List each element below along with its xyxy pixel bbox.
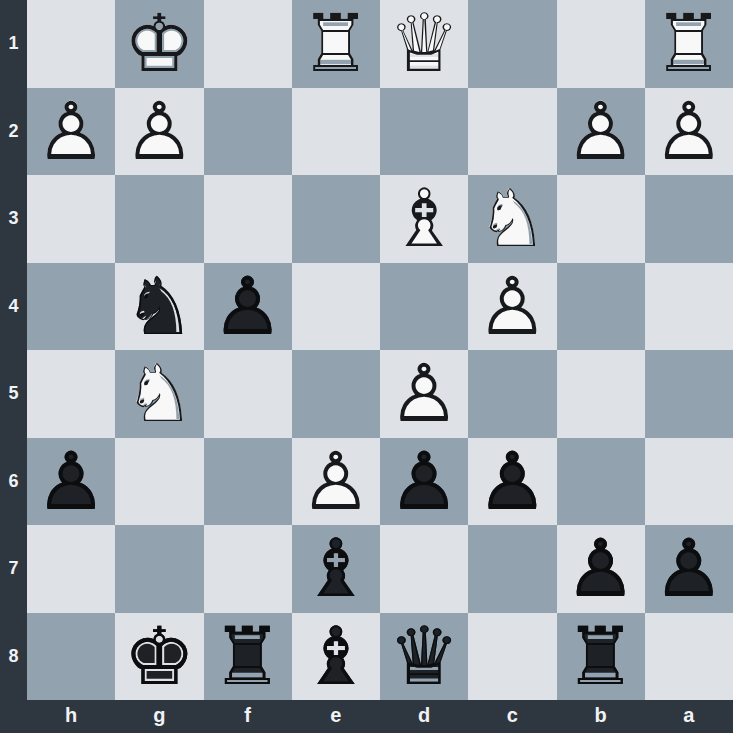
square-c1[interactable] — [468, 0, 556, 88]
black-bishop[interactable]: ♝♗ — [300, 613, 372, 700]
black-bishop-outline-glyph: ♗ — [300, 525, 372, 612]
file-label-a: a — [645, 700, 733, 733]
rank-label-7: 7 — [0, 525, 27, 613]
square-a4[interactable] — [645, 263, 733, 351]
white-king[interactable]: ♚♔ — [124, 0, 196, 87]
square-d6[interactable]: ♟♙ — [380, 438, 468, 526]
black-rook[interactable]: ♜♖ — [565, 613, 637, 700]
white-pawn-outline-glyph: ♙ — [565, 88, 637, 175]
file-label-g: g — [115, 700, 203, 733]
square-h2[interactable]: ♟♙ — [27, 88, 115, 176]
square-f2[interactable] — [204, 88, 292, 176]
black-rook-outline-glyph: ♖ — [565, 613, 637, 700]
black-pawn[interactable]: ♟♙ — [35, 438, 107, 525]
square-g8[interactable]: ♚♔ — [115, 613, 203, 701]
black-king-outline-glyph: ♔ — [124, 613, 196, 700]
white-pawn-outline-glyph: ♙ — [300, 438, 372, 525]
square-g6[interactable] — [115, 438, 203, 526]
rank-labels: 12345678 — [0, 0, 27, 700]
white-pawn-outline-glyph: ♙ — [35, 88, 107, 175]
square-e1[interactable]: ♜♖ — [292, 0, 380, 88]
white-rook[interactable]: ♜♖ — [653, 0, 725, 87]
square-g7[interactable] — [115, 525, 203, 613]
black-pawn[interactable]: ♟♙ — [565, 525, 637, 612]
white-knight[interactable]: ♞♘ — [477, 175, 549, 262]
square-a7[interactable]: ♟♙ — [645, 525, 733, 613]
white-pawn[interactable]: ♟♙ — [653, 88, 725, 175]
black-knight-outline-glyph: ♘ — [124, 263, 196, 350]
square-d8[interactable]: ♛♕ — [380, 613, 468, 701]
square-c7[interactable] — [468, 525, 556, 613]
white-pawn-outline-glyph: ♙ — [388, 350, 460, 437]
square-h7[interactable] — [27, 525, 115, 613]
black-bishop-outline-glyph: ♗ — [300, 613, 372, 700]
square-f1[interactable] — [204, 0, 292, 88]
square-b3[interactable] — [557, 175, 645, 263]
square-f4[interactable]: ♟♙ — [204, 263, 292, 351]
square-b5[interactable] — [557, 350, 645, 438]
square-b8[interactable]: ♜♖ — [557, 613, 645, 701]
square-h5[interactable] — [27, 350, 115, 438]
black-pawn[interactable]: ♟♙ — [477, 438, 549, 525]
rank-label-3: 3 — [0, 175, 27, 263]
white-queen[interactable]: ♛♕ — [388, 0, 460, 87]
square-a5[interactable] — [645, 350, 733, 438]
square-a3[interactable] — [645, 175, 733, 263]
square-e5[interactable] — [292, 350, 380, 438]
square-g4[interactable]: ♞♘ — [115, 263, 203, 351]
square-d4[interactable] — [380, 263, 468, 351]
white-knight-outline-glyph: ♘ — [124, 350, 196, 437]
black-pawn-outline-glyph: ♙ — [388, 438, 460, 525]
black-queen-outline-glyph: ♕ — [388, 613, 460, 700]
file-label-b: b — [557, 700, 645, 733]
black-pawn-outline-glyph: ♙ — [212, 263, 284, 350]
white-bishop-outline-glyph: ♗ — [388, 175, 460, 262]
square-c5[interactable] — [468, 350, 556, 438]
square-a1[interactable]: ♜♖ — [645, 0, 733, 88]
file-label-h: h — [27, 700, 115, 733]
square-a2[interactable]: ♟♙ — [645, 88, 733, 176]
file-labels: hgfedcba — [27, 700, 733, 733]
white-pawn-outline-glyph: ♙ — [477, 263, 549, 350]
square-b4[interactable] — [557, 263, 645, 351]
square-e2[interactable] — [292, 88, 380, 176]
square-d7[interactable] — [380, 525, 468, 613]
file-label-d: d — [380, 700, 468, 733]
square-g5[interactable]: ♞♘ — [115, 350, 203, 438]
white-king-outline-glyph: ♔ — [124, 0, 196, 87]
square-c6[interactable]: ♟♙ — [468, 438, 556, 526]
white-pawn[interactable]: ♟♙ — [477, 263, 549, 350]
square-g1[interactable]: ♚♔ — [115, 0, 203, 88]
black-pawn[interactable]: ♟♙ — [653, 525, 725, 612]
black-pawn[interactable]: ♟♙ — [212, 263, 284, 350]
square-e8[interactable]: ♝♗ — [292, 613, 380, 701]
black-queen[interactable]: ♛♕ — [388, 613, 460, 700]
chess-board-frame: 12345678 ♚♔♜♖♛♕♜♖♟♙♟♙♟♙♟♙♝♗♞♘♞♘♟♙♟♙♞♘♟♙♟… — [0, 0, 733, 733]
white-pawn[interactable]: ♟♙ — [124, 88, 196, 175]
square-a6[interactable] — [645, 438, 733, 526]
black-rook[interactable]: ♜♖ — [212, 613, 284, 700]
square-e3[interactable] — [292, 175, 380, 263]
file-label-f: f — [204, 700, 292, 733]
rank-label-5: 5 — [0, 350, 27, 438]
square-h6[interactable]: ♟♙ — [27, 438, 115, 526]
black-pawn-outline-glyph: ♙ — [477, 438, 549, 525]
square-f6[interactable] — [204, 438, 292, 526]
white-rook[interactable]: ♜♖ — [300, 0, 372, 87]
square-a8[interactable] — [645, 613, 733, 701]
square-c4[interactable]: ♟♙ — [468, 263, 556, 351]
square-e6[interactable]: ♟♙ — [292, 438, 380, 526]
rank-label-6: 6 — [0, 438, 27, 526]
white-pawn-outline-glyph: ♙ — [653, 88, 725, 175]
white-pawn[interactable]: ♟♙ — [300, 438, 372, 525]
white-pawn-outline-glyph: ♙ — [124, 88, 196, 175]
rank-label-8: 8 — [0, 613, 27, 701]
square-c2[interactable] — [468, 88, 556, 176]
square-h4[interactable] — [27, 263, 115, 351]
rank-label-2: 2 — [0, 88, 27, 176]
white-knight-outline-glyph: ♘ — [477, 175, 549, 262]
white-pawn[interactable]: ♟♙ — [35, 88, 107, 175]
square-d3[interactable]: ♝♗ — [380, 175, 468, 263]
square-f3[interactable] — [204, 175, 292, 263]
square-f7[interactable] — [204, 525, 292, 613]
square-g2[interactable]: ♟♙ — [115, 88, 203, 176]
white-queen-outline-glyph: ♕ — [388, 0, 460, 87]
square-d5[interactable]: ♟♙ — [380, 350, 468, 438]
black-pawn-outline-glyph: ♙ — [565, 525, 637, 612]
white-rook-outline-glyph: ♖ — [300, 0, 372, 87]
white-pawn[interactable]: ♟♙ — [388, 350, 460, 437]
square-e7[interactable]: ♝♗ — [292, 525, 380, 613]
square-d2[interactable] — [380, 88, 468, 176]
square-b6[interactable] — [557, 438, 645, 526]
rank-label-1: 1 — [0, 0, 27, 88]
square-c8[interactable] — [468, 613, 556, 701]
white-knight[interactable]: ♞♘ — [124, 350, 196, 437]
square-f8[interactable]: ♜♖ — [204, 613, 292, 701]
black-knight[interactable]: ♞♘ — [124, 263, 196, 350]
square-d1[interactable]: ♛♕ — [380, 0, 468, 88]
white-rook-outline-glyph: ♖ — [653, 0, 725, 87]
square-b7[interactable]: ♟♙ — [557, 525, 645, 613]
rank-label-4: 4 — [0, 263, 27, 351]
black-pawn[interactable]: ♟♙ — [388, 438, 460, 525]
file-label-c: c — [468, 700, 556, 733]
square-e4[interactable] — [292, 263, 380, 351]
square-f5[interactable] — [204, 350, 292, 438]
square-h3[interactable] — [27, 175, 115, 263]
square-b2[interactable]: ♟♙ — [557, 88, 645, 176]
white-pawn[interactable]: ♟♙ — [565, 88, 637, 175]
file-label-e: e — [292, 700, 380, 733]
square-b1[interactable] — [557, 0, 645, 88]
chess-board: ♚♔♜♖♛♕♜♖♟♙♟♙♟♙♟♙♝♗♞♘♞♘♟♙♟♙♞♘♟♙♟♙♟♙♟♙♟♙♝♗… — [27, 0, 733, 700]
square-c3[interactable]: ♞♘ — [468, 175, 556, 263]
black-pawn-outline-glyph: ♙ — [653, 525, 725, 612]
black-rook-outline-glyph: ♖ — [212, 613, 284, 700]
white-bishop[interactable]: ♝♗ — [388, 175, 460, 262]
black-bishop[interactable]: ♝♗ — [300, 525, 372, 612]
black-king[interactable]: ♚♔ — [124, 613, 196, 700]
square-g3[interactable] — [115, 175, 203, 263]
square-h8[interactable] — [27, 613, 115, 701]
square-h1[interactable] — [27, 0, 115, 88]
black-pawn-outline-glyph: ♙ — [35, 438, 107, 525]
